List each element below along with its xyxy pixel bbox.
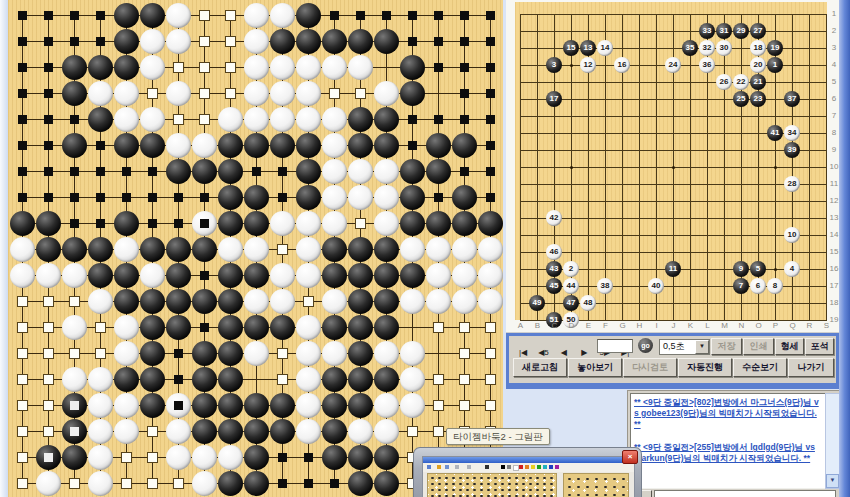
black-stone [348,315,373,340]
black-stone [166,263,191,288]
column-label: L [699,321,716,330]
black-stone [114,367,139,392]
white-stone [166,393,191,418]
white-stone [270,107,295,132]
white-territory-marker [199,88,210,99]
white-stone-numbered: 46 [546,244,562,260]
white-stone-numbered: 2 [563,261,579,277]
white-territory-marker [69,296,80,307]
white-stone [374,159,399,184]
white-stone [348,419,373,444]
white-stone [192,133,217,158]
black-stone [478,211,503,236]
column-label: N [733,321,750,330]
black-stone [452,185,477,210]
white-territory-marker [43,400,54,411]
column-label: E [580,321,597,330]
grid-line [724,14,725,321]
white-stone [374,81,399,106]
white-stone-numbered: 28 [784,176,800,192]
toolbar-icon [445,465,449,469]
white-stone-numbered: 32 [699,40,715,56]
white-stone [114,237,139,262]
black-stone [400,159,425,184]
white-stone-numbered: 24 [665,57,681,73]
white-stone [192,211,217,236]
white-stone [88,393,113,418]
black-stone [348,367,373,392]
white-stone [426,289,451,314]
black-stone [400,81,425,106]
black-stone [452,211,477,236]
black-territory-marker [44,63,53,72]
black-stone [400,211,425,236]
white-stone-numbered: 22 [733,74,749,90]
black-stone [36,445,61,470]
white-stone [452,289,477,314]
white-stone [166,445,191,470]
black-stone [114,211,139,236]
white-stone [88,81,113,106]
black-stone [452,133,477,158]
black-territory-marker [486,193,495,202]
white-stone [36,263,61,288]
chat-message: ** <9단 중일전>[802]변방에서 마그너스(9단)님 vs gobee1… [634,397,822,430]
chat-input-row [630,490,838,497]
black-stone [114,3,139,28]
black-stone [36,211,61,236]
white-stone-numbered: 18 [750,40,766,56]
white-territory-marker [459,400,470,411]
white-stone [374,341,399,366]
black-stone [270,393,295,418]
black-territory-marker [278,479,287,488]
black-territory-marker [18,63,27,72]
white-stone [114,341,139,366]
column-label: P [767,321,784,330]
black-stone [322,263,347,288]
analysis-go-board[interactable]: 1234567891011121314151617181920212223242… [515,2,827,320]
white-territory-marker [121,478,132,489]
white-stone [166,3,191,28]
black-territory-marker [96,11,105,20]
grid-line [520,218,827,219]
white-territory-marker [43,322,54,333]
white-stone-numbered: 42 [546,210,562,226]
black-territory-marker [44,115,53,124]
black-stone [244,133,269,158]
black-stone [244,393,269,418]
white-stone [10,237,35,262]
white-stone [452,237,477,262]
black-stone [348,445,373,470]
black-stone [348,107,373,132]
white-stone [400,393,425,418]
white-territory-marker [407,426,418,437]
white-territory-marker [147,88,158,99]
white-territory-marker [225,62,236,73]
score-estimate-button[interactable]: 형세 [775,338,804,355]
black-territory-marker [96,37,105,46]
black-territory-marker [330,479,339,488]
white-stone [478,263,503,288]
scroll-down-icon[interactable]: ▼ [826,474,839,488]
black-stone [426,159,451,184]
palette-color [555,465,559,469]
black-stone [218,133,243,158]
white-stone [166,29,191,54]
palette-color [537,465,541,469]
white-stone-numbered: 26 [716,74,732,90]
taskbar-thumbnail-window[interactable]: × [413,447,642,497]
white-territory-marker [173,62,184,73]
black-stone [296,133,321,158]
black-stone-numbered: 29 [733,23,749,39]
move-list-button[interactable]: 수순보기 [733,358,787,377]
try-moves-button[interactable]: 놓아보기 [568,358,622,377]
white-stone [374,211,399,236]
column-label: G [614,321,631,330]
white-stone [36,471,61,496]
black-territory-marker [18,167,27,176]
white-territory-marker [459,374,470,385]
black-stone [62,133,87,158]
black-stone [62,419,87,444]
black-stone [374,263,399,288]
black-territory-marker [44,141,53,150]
black-stone [140,393,165,418]
black-territory-marker [434,37,443,46]
black-territory-marker [70,219,79,228]
white-territory-marker [199,10,210,21]
white-territory-marker [225,36,236,47]
black-territory-marker [18,11,27,20]
black-stone-numbered: 47 [563,295,579,311]
white-stone [296,107,321,132]
white-territory-marker [69,348,80,359]
black-stone [374,315,399,340]
white-stone [218,445,243,470]
black-territory-marker [44,11,53,20]
black-stone [374,237,399,262]
chat-message-area[interactable]: ** <9단 중일전>[802]변방에서 마그너스(9단)님 vs gobee1… [630,393,826,489]
white-territory-marker [485,348,496,359]
black-stone-numbered: 27 [750,23,766,39]
black-stone [218,367,243,392]
white-stone [270,263,295,288]
white-territory-marker [17,348,28,359]
exit-button[interactable]: 나가기 [788,358,834,377]
palette-color [507,465,511,469]
black-territory-marker [382,11,391,20]
black-territory-marker [252,167,261,176]
black-stone-numbered: 17 [546,91,562,107]
white-territory-marker [303,296,314,307]
black-territory-marker [486,167,495,176]
refresh-button[interactable]: 새로고침 [513,358,567,377]
black-stone [192,367,217,392]
white-stone [88,445,113,470]
thumbnail-board-image-small [563,473,629,497]
black-territory-marker [200,323,209,332]
save-button[interactable]: 저장 [711,338,742,355]
white-stone [244,341,269,366]
white-stone [244,29,269,54]
black-territory-marker [434,193,443,202]
black-stone [296,159,321,184]
review-again-button[interactable]: 다시검토 [623,358,677,377]
black-stone [218,341,243,366]
black-stone [62,393,87,418]
white-stone [348,55,373,80]
black-stone-numbered: 37 [784,91,800,107]
white-stone [322,211,347,236]
palette-color [501,465,505,469]
white-stone-numbered: 8 [767,278,783,294]
white-territory-marker [147,478,158,489]
black-territory-marker [148,193,157,202]
black-stone [244,185,269,210]
column-label: D [563,321,580,330]
column-label: O [750,321,767,330]
black-territory-marker [278,193,287,202]
star-point [774,166,777,169]
dead-stone-marker [174,401,183,410]
white-stone [348,185,373,210]
black-stone [244,419,269,444]
white-territory-marker [95,348,106,359]
white-stone [270,211,295,236]
close-icon[interactable]: × [622,450,638,464]
white-stone [296,55,321,80]
black-stone-numbered: 11 [665,261,681,277]
black-territory-marker [486,141,495,150]
white-stone [270,3,295,28]
print-button[interactable]: 인쇄 [743,338,774,355]
white-territory-marker [225,10,236,21]
white-territory-marker [329,88,340,99]
black-stone [296,29,321,54]
white-stone [296,81,321,106]
black-stone [218,471,243,496]
white-stone [452,263,477,288]
black-territory-marker [174,219,183,228]
white-territory-marker [355,218,366,229]
black-territory-marker [486,115,495,124]
black-stone [322,315,347,340]
black-stone [244,445,269,470]
white-territory-marker [69,478,80,489]
black-territory-marker [174,193,183,202]
white-territory-marker [199,62,210,73]
black-territory-marker [70,167,79,176]
black-stone-numbered: 15 [563,40,579,56]
black-stone [374,445,399,470]
white-territory-marker [173,114,184,125]
toolbar-icon [437,465,441,469]
black-territory-marker [434,115,443,124]
delay-dropdown[interactable]: 0,5초 ▼ [659,339,710,355]
auto-play-button[interactable]: 자동진행 [678,358,732,377]
black-stone-numbered: 5 [750,261,766,277]
black-stone [322,419,347,444]
black-territory-marker [96,193,105,202]
white-stone-numbered: 48 [580,295,596,311]
black-stone [62,445,87,470]
column-label: A [512,321,529,330]
black-territory-marker [356,11,365,20]
dead-stone-marker [70,401,79,410]
black-territory-marker [70,115,79,124]
white-stone [140,263,165,288]
black-stone [36,237,61,262]
white-stone [322,133,347,158]
black-stone-numbered: 25 [733,91,749,107]
move-number-input[interactable] [597,339,633,353]
white-territory-marker [43,426,54,437]
black-stone [218,289,243,314]
black-stone-numbered: 9 [733,261,749,277]
window-right-border [839,0,850,497]
toolbar-icon [427,465,431,469]
white-territory-marker [433,374,444,385]
white-stone [140,55,165,80]
chat-text-input[interactable] [654,490,836,497]
white-territory-marker [199,114,210,125]
black-territory-marker [122,193,131,202]
black-territory-marker [200,271,209,280]
black-territory-marker [44,89,53,98]
black-stone-numbered: 49 [529,295,545,311]
black-territory-marker [460,63,469,72]
black-stone [218,419,243,444]
column-label: R [801,321,818,330]
white-stone [88,471,113,496]
white-stone-numbered: 34 [784,125,800,141]
black-stone [348,29,373,54]
black-stone [166,315,191,340]
star-point [570,64,573,67]
column-label: K [682,321,699,330]
white-stone [296,237,321,262]
black-stone [192,237,217,262]
black-stone [296,185,321,210]
dead-stone-marker [200,219,209,228]
board-column-labels: ABCDEFGHIJKLMNOPQRS [515,320,827,332]
white-territory-marker [17,426,28,437]
black-stone-numbered: 45 [546,278,562,294]
white-stone [192,471,217,496]
white-stone [296,341,321,366]
white-stone [218,107,243,132]
white-stone [322,107,347,132]
go-button[interactable]: go [638,338,653,353]
black-stone [114,289,139,314]
black-stone [426,211,451,236]
black-stone [140,133,165,158]
white-territory-marker [95,322,106,333]
white-territory-marker [225,88,236,99]
main-go-board[interactable] [0,0,503,497]
black-stone [88,263,113,288]
white-stone [296,419,321,444]
fuseki-button[interactable]: 포석 [805,338,834,355]
white-stone-numbered: 44 [563,278,579,294]
grid-line [520,235,827,236]
black-stone [348,237,373,262]
white-territory-marker [433,400,444,411]
white-stone [10,263,35,288]
white-stone [244,107,269,132]
dead-stone-marker [44,453,53,462]
toolbar-icon [485,465,489,469]
white-stone [296,315,321,340]
black-territory-marker [486,11,495,20]
black-stone [114,55,139,80]
white-territory-marker [43,374,54,385]
white-stone [322,159,347,184]
black-stone [218,393,243,418]
chat-scrollbar[interactable]: ▼ [825,393,840,489]
black-stone [218,159,243,184]
black-territory-marker [408,37,417,46]
black-stone [218,263,243,288]
column-label: C [546,321,563,330]
black-stone [218,315,243,340]
black-territory-marker [96,141,105,150]
black-stone [166,237,191,262]
black-stone [400,185,425,210]
black-stone-numbered: 3 [546,57,562,73]
black-stone [348,471,373,496]
white-stone [192,445,217,470]
white-stone [166,419,191,444]
black-stone [218,185,243,210]
black-stone [322,393,347,418]
black-stone-numbered: 19 [767,40,783,56]
white-stone [62,367,87,392]
black-stone [348,263,373,288]
white-stone [478,237,503,262]
white-stone-numbered: 38 [597,278,613,294]
black-stone [166,289,191,314]
white-territory-marker [485,322,496,333]
white-stone [270,55,295,80]
black-stone [140,341,165,366]
black-stone [88,55,113,80]
white-stone [270,81,295,106]
white-territory-marker [355,88,366,99]
black-stone [166,159,191,184]
black-territory-marker [486,89,495,98]
black-stone [244,315,269,340]
black-territory-marker [70,37,79,46]
chevron-down-icon[interactable]: ▼ [695,340,709,354]
thumbnail-tooltip: 타이젬바둑2 - 그림판 [446,428,550,445]
palette-color [519,465,523,469]
black-stone [10,211,35,236]
white-stone [374,419,399,444]
black-stone [114,263,139,288]
thumbnail-toolbar [423,463,634,472]
black-territory-marker [174,375,183,384]
black-stone [88,237,113,262]
white-stone-numbered: 16 [614,57,630,73]
white-stone-numbered: 20 [750,57,766,73]
white-stone [322,289,347,314]
white-stone [374,393,399,418]
white-stone [322,341,347,366]
